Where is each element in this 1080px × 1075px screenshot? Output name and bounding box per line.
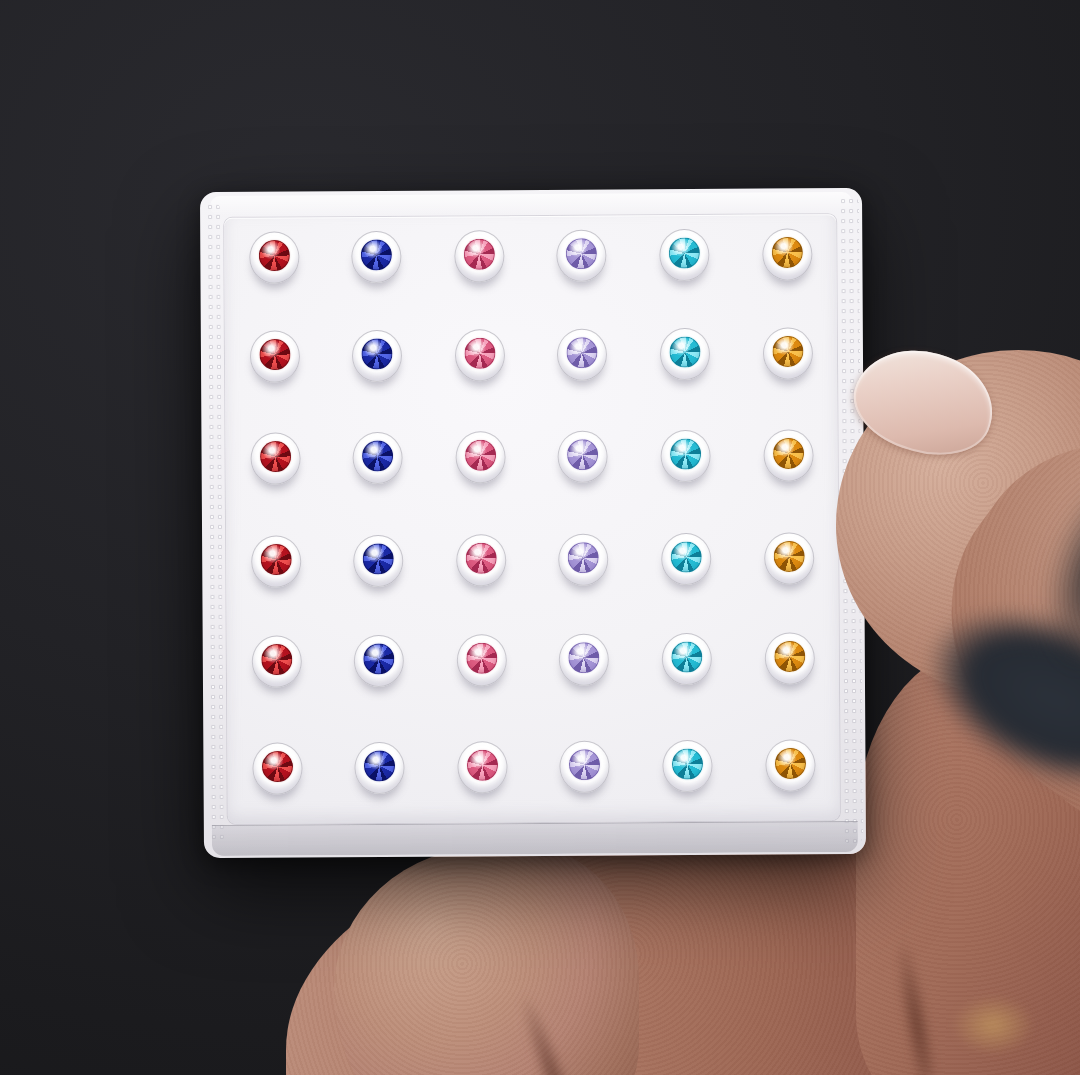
thumb	[0, 0, 1080, 1075]
product-photo-scene	[0, 0, 1080, 1075]
